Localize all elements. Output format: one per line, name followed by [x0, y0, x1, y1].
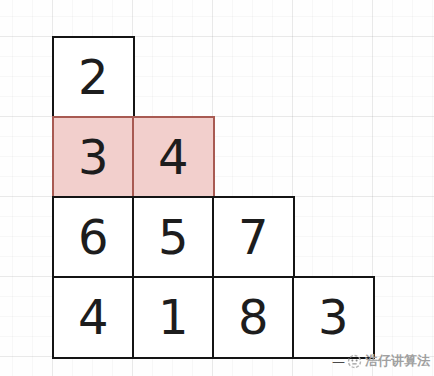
board-row-4: 4 1 8 3: [52, 276, 375, 359]
drawing-canvas: 2 3 4 6 5 7 4 1 8 3 — 浩仔讲算法: [0, 0, 434, 376]
cell-r3c2: 5: [132, 196, 215, 279]
cell-r1c1: 2: [52, 36, 135, 119]
cell-r4c2: 1: [132, 276, 215, 359]
logo-circle-icon: [347, 354, 362, 369]
cell-r2c2-highlighted: 4: [132, 116, 215, 199]
cell-r3c3: 7: [212, 196, 295, 279]
cell-r3c1: 6: [52, 196, 135, 279]
watermark: — 浩仔讲算法: [332, 352, 430, 370]
cell-r4c3: 8: [212, 276, 295, 359]
watermark-text: 浩仔讲算法: [365, 352, 430, 370]
cell-r2c1-highlighted: 3: [52, 116, 135, 199]
board-row-2: 3 4: [52, 116, 375, 199]
cell-r4c1: 4: [52, 276, 135, 359]
watermark-dash: —: [332, 354, 344, 369]
cell-r4c4: 3: [292, 276, 375, 359]
triangle-board: 2 3 4 6 5 7 4 1 8 3: [52, 36, 375, 359]
board-row-1: 2: [52, 36, 375, 119]
board-row-3: 6 5 7: [52, 196, 375, 279]
